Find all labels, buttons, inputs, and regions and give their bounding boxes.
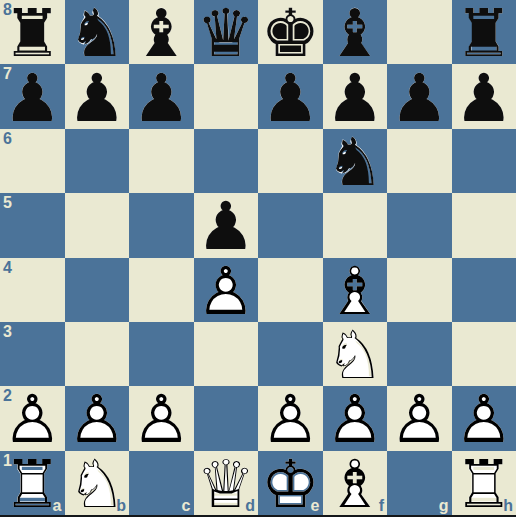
piece-glyph-over: ♙: [454, 387, 513, 453]
piece-glyph-under: ♖: [454, 1, 513, 67]
square-f2[interactable]: ♟♙: [323, 386, 388, 450]
square-c4[interactable]: [129, 258, 194, 322]
piece-glyph-under: ♔: [261, 1, 320, 67]
piece-white-rook[interactable]: ♜♖: [0, 451, 65, 515]
square-g6[interactable]: [387, 129, 452, 193]
piece-glyph-over: ♙: [3, 387, 62, 453]
piece-glyph-under: ♜: [454, 452, 513, 517]
piece-glyph-under: ♙: [67, 66, 126, 132]
piece-glyph-over: ♞: [67, 1, 126, 67]
piece-glyph-under: ♟: [454, 387, 513, 453]
square-c2[interactable]: ♟♙: [129, 386, 194, 450]
piece-black-pawn[interactable]: ♙♟: [194, 193, 259, 257]
piece-glyph-under: ♗: [132, 1, 191, 67]
square-f7[interactable]: ♙♟: [323, 64, 388, 128]
square-g7[interactable]: ♙♟: [387, 64, 452, 128]
piece-glyph-over: ♟: [454, 66, 513, 132]
piece-glyph-under: ♟: [261, 387, 320, 453]
piece-glyph-under: ♗: [325, 1, 384, 67]
piece-white-pawn[interactable]: ♟♙: [323, 386, 388, 450]
piece-black-bishop[interactable]: ♗♝: [323, 0, 388, 64]
square-b4[interactable]: [65, 258, 130, 322]
square-c7[interactable]: ♙♟: [129, 64, 194, 128]
piece-glyph-under: ♟: [390, 387, 449, 453]
square-b2[interactable]: ♟♙: [65, 386, 130, 450]
piece-glyph-over: ♗: [325, 452, 384, 517]
piece-glyph-under: ♛: [196, 452, 255, 517]
square-f1[interactable]: f♝♗: [323, 451, 388, 515]
square-d2[interactable]: [194, 386, 259, 450]
piece-glyph-under: ♕: [196, 1, 255, 67]
piece-glyph-over: ♟: [3, 66, 62, 132]
piece-white-knight[interactable]: ♞♘: [65, 451, 130, 515]
square-f8[interactable]: ♗♝: [323, 0, 388, 64]
square-g3[interactable]: [387, 322, 452, 386]
piece-glyph-over: ♜: [3, 1, 62, 67]
square-g8[interactable]: [387, 0, 452, 64]
square-a2[interactable]: 2♟♙: [0, 386, 65, 450]
rank-label-6: 6: [3, 130, 12, 148]
piece-black-pawn[interactable]: ♙♟: [323, 64, 388, 128]
piece-glyph-over: ♟: [261, 66, 320, 132]
square-e7[interactable]: ♙♟: [258, 64, 323, 128]
square-a3[interactable]: 3: [0, 322, 65, 386]
piece-glyph-over: ♙: [132, 387, 191, 453]
square-a4[interactable]: 4: [0, 258, 65, 322]
piece-glyph-over: ♞: [325, 130, 384, 196]
piece-white-pawn[interactable]: ♟♙: [452, 386, 516, 450]
square-b6[interactable]: [65, 129, 130, 193]
piece-white-pawn[interactable]: ♟♙: [194, 258, 259, 322]
piece-glyph-under: ♙: [3, 66, 62, 132]
piece-glyph-over: ♟: [67, 66, 126, 132]
square-h6[interactable]: [452, 129, 516, 193]
piece-glyph-over: ♟: [132, 66, 191, 132]
square-a6[interactable]: 6: [0, 129, 65, 193]
square-c5[interactable]: [129, 193, 194, 257]
square-a7[interactable]: 7♙♟: [0, 64, 65, 128]
square-a5[interactable]: 5: [0, 193, 65, 257]
piece-black-pawn[interactable]: ♙♟: [129, 64, 194, 128]
square-b7[interactable]: ♙♟: [65, 64, 130, 128]
piece-black-bishop[interactable]: ♗♝: [129, 0, 194, 64]
piece-glyph-over: ♙: [196, 259, 255, 325]
piece-glyph-over: ♙: [261, 387, 320, 453]
piece-black-pawn[interactable]: ♙♟: [0, 64, 65, 128]
piece-glyph-under: ♙: [261, 66, 320, 132]
piece-black-rook[interactable]: ♖♜: [452, 0, 516, 64]
piece-glyph-under: ♝: [325, 452, 384, 517]
square-e4[interactable]: [258, 258, 323, 322]
piece-white-bishop[interactable]: ♝♗: [323, 451, 388, 515]
square-e2[interactable]: ♟♙: [258, 386, 323, 450]
file-label-g: g: [439, 497, 449, 515]
piece-glyph-over: ♟: [390, 66, 449, 132]
rank-label-4: 4: [3, 259, 12, 277]
square-d6[interactable]: [194, 129, 259, 193]
piece-white-pawn[interactable]: ♟♙: [387, 386, 452, 450]
piece-glyph-under: ♜: [3, 452, 62, 517]
piece-glyph-under: ♞: [67, 452, 126, 517]
square-e5[interactable]: [258, 193, 323, 257]
piece-white-rook[interactable]: ♜♖: [452, 451, 516, 515]
square-g5[interactable]: [387, 193, 452, 257]
square-h1[interactable]: h♜♖: [452, 451, 516, 515]
square-h7[interactable]: ♙♟: [452, 64, 516, 128]
square-e3[interactable]: [258, 322, 323, 386]
piece-glyph-under: ♝: [325, 259, 384, 325]
piece-white-pawn[interactable]: ♟♙: [129, 386, 194, 450]
square-e1[interactable]: e♚♔: [258, 451, 323, 515]
piece-glyph-over: ♟: [196, 194, 255, 260]
square-b8[interactable]: ♘♞: [65, 0, 130, 64]
piece-white-pawn[interactable]: ♟♙: [65, 386, 130, 450]
square-g2[interactable]: ♟♙: [387, 386, 452, 450]
piece-white-pawn[interactable]: ♟♙: [258, 386, 323, 450]
piece-glyph-under: ♟: [196, 259, 255, 325]
piece-glyph-under: ♙: [325, 66, 384, 132]
square-f5[interactable]: [323, 193, 388, 257]
piece-black-rook[interactable]: ♖♜: [0, 0, 65, 64]
piece-glyph-under: ♙: [390, 66, 449, 132]
piece-glyph-over: ♙: [325, 387, 384, 453]
square-c3[interactable]: [129, 322, 194, 386]
piece-glyph-under: ♟: [3, 387, 62, 453]
square-d4[interactable]: ♟♙: [194, 258, 259, 322]
square-g4[interactable]: [387, 258, 452, 322]
piece-black-pawn[interactable]: ♙♟: [387, 64, 452, 128]
square-e8[interactable]: ♔♚: [258, 0, 323, 64]
rank-label-3: 3: [3, 323, 12, 341]
square-f4[interactable]: ♝♗: [323, 258, 388, 322]
square-c8[interactable]: ♗♝: [129, 0, 194, 64]
piece-glyph-over: ♙: [390, 387, 449, 453]
piece-glyph-under: ♘: [325, 130, 384, 196]
piece-glyph-over: ♟: [325, 66, 384, 132]
piece-white-king[interactable]: ♚♔: [258, 451, 323, 515]
piece-glyph-under: ♟: [325, 387, 384, 453]
piece-glyph-under: ♖: [3, 1, 62, 67]
piece-glyph-under: ♘: [67, 1, 126, 67]
piece-glyph-over: ♖: [3, 452, 62, 517]
piece-glyph-over: ♝: [132, 1, 191, 67]
file-label-c: c: [182, 497, 191, 515]
piece-white-queen[interactable]: ♛♕: [194, 451, 259, 515]
square-b1[interactable]: b♞♘: [65, 451, 130, 515]
piece-glyph-over: ♝: [325, 1, 384, 67]
square-f3[interactable]: ♞♘: [323, 322, 388, 386]
square-b3[interactable]: [65, 322, 130, 386]
piece-glyph-under: ♚: [261, 452, 320, 517]
square-a1[interactable]: 1a♜♖: [0, 451, 65, 515]
piece-glyph-over: ♚: [261, 1, 320, 67]
rank-label-5: 5: [3, 194, 12, 212]
square-h5[interactable]: [452, 193, 516, 257]
piece-glyph-under: ♟: [67, 387, 126, 453]
piece-black-pawn[interactable]: ♙♟: [258, 64, 323, 128]
piece-glyph-over: ♗: [325, 259, 384, 325]
piece-glyph-over: ♘: [67, 452, 126, 517]
square-f6[interactable]: ♘♞: [323, 129, 388, 193]
piece-glyph-under: ♙: [454, 66, 513, 132]
piece-glyph-under: ♙: [132, 66, 191, 132]
piece-white-pawn[interactable]: ♟♙: [0, 386, 65, 450]
square-c1[interactable]: c: [129, 451, 194, 515]
square-c6[interactable]: [129, 129, 194, 193]
square-d8[interactable]: ♕♛: [194, 0, 259, 64]
piece-white-knight[interactable]: ♞♘: [323, 322, 388, 386]
square-d5[interactable]: ♙♟: [194, 193, 259, 257]
square-g1[interactable]: g: [387, 451, 452, 515]
chess-board-window: 8♖♜♘♞♗♝♕♛♔♚♗♝♖♜7♙♟♙♟♙♟♙♟♙♟♙♟♙♟6♘♞5♙♟4♟♙♝…: [0, 0, 516, 517]
piece-glyph-over: ♘: [325, 323, 384, 389]
square-a8[interactable]: 8♖♜: [0, 0, 65, 64]
piece-black-pawn[interactable]: ♙♟: [65, 64, 130, 128]
square-h2[interactable]: ♟♙: [452, 386, 516, 450]
piece-black-knight[interactable]: ♘♞: [65, 0, 130, 64]
piece-glyph-over: ♖: [454, 452, 513, 517]
piece-glyph-under: ♞: [325, 323, 384, 389]
piece-glyph-under: ♟: [132, 387, 191, 453]
square-h3[interactable]: [452, 322, 516, 386]
square-h8[interactable]: ♖♜: [452, 0, 516, 64]
chess-board: 8♖♜♘♞♗♝♕♛♔♚♗♝♖♜7♙♟♙♟♙♟♙♟♙♟♙♟♙♟6♘♞5♙♟4♟♙♝…: [0, 0, 516, 517]
square-d3[interactable]: [194, 322, 259, 386]
piece-white-bishop[interactable]: ♝♗: [323, 258, 388, 322]
square-h4[interactable]: [452, 258, 516, 322]
square-e6[interactable]: [258, 129, 323, 193]
piece-black-king[interactable]: ♔♚: [258, 0, 323, 64]
piece-black-queen[interactable]: ♕♛: [194, 0, 259, 64]
piece-glyph-under: ♙: [196, 194, 255, 260]
square-b5[interactable]: [65, 193, 130, 257]
piece-glyph-over: ♛: [196, 1, 255, 67]
square-d7[interactable]: [194, 64, 259, 128]
piece-black-knight[interactable]: ♘♞: [323, 129, 388, 193]
piece-glyph-over: ♔: [261, 452, 320, 517]
square-d1[interactable]: d♛♕: [194, 451, 259, 515]
piece-glyph-over: ♕: [196, 452, 255, 517]
piece-glyph-over: ♜: [454, 1, 513, 67]
piece-glyph-over: ♙: [67, 387, 126, 453]
piece-black-pawn[interactable]: ♙♟: [452, 64, 516, 128]
